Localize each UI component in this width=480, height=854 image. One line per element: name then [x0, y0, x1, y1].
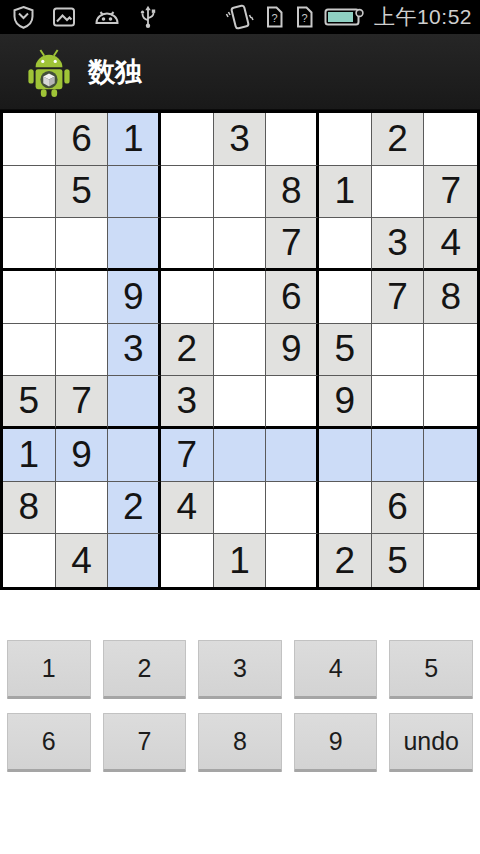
cell-r1c3[interactable]: 1 [108, 113, 161, 166]
cell-r8c9[interactable] [424, 482, 477, 535]
cell-r6c4[interactable]: 3 [161, 376, 214, 429]
cell-r3c7[interactable] [319, 218, 372, 271]
cell-r9c5[interactable]: 1 [214, 534, 267, 587]
cell-r5c2[interactable] [56, 324, 109, 377]
cell-r8c5[interactable] [214, 482, 267, 535]
cell-r1c7[interactable] [319, 113, 372, 166]
cell-r3c9[interactable]: 4 [424, 218, 477, 271]
cell-r9c6[interactable] [266, 534, 319, 587]
cell-r7c5[interactable] [214, 429, 267, 482]
cell-r2c5[interactable] [214, 166, 267, 219]
keypad-button-9[interactable]: 9 [294, 713, 378, 772]
cell-r2c7[interactable]: 1 [319, 166, 372, 219]
cell-r6c9[interactable] [424, 376, 477, 429]
cell-r9c2[interactable]: 4 [56, 534, 109, 587]
cell-r2c2[interactable]: 5 [56, 166, 109, 219]
cell-r9c7[interactable]: 2 [319, 534, 372, 587]
cell-r4c5[interactable] [214, 271, 267, 324]
cell-r7c8[interactable] [372, 429, 425, 482]
cell-r8c1[interactable]: 8 [3, 482, 56, 535]
cell-r7c6[interactable] [266, 429, 319, 482]
cell-r1c9[interactable] [424, 113, 477, 166]
cell-r1c4[interactable] [161, 113, 214, 166]
cell-r9c8[interactable]: 5 [372, 534, 425, 587]
status-bar-right: ? ? 上午10:52 [225, 3, 474, 31]
keypad-button-2[interactable]: 2 [103, 640, 187, 699]
keypad-button-3[interactable]: 3 [198, 640, 282, 699]
keypad-button-7[interactable]: 7 [103, 713, 187, 772]
cell-r5c5[interactable] [214, 324, 267, 377]
cell-r6c7[interactable]: 9 [319, 376, 372, 429]
cell-r3c4[interactable] [161, 218, 214, 271]
cell-r4c6[interactable]: 6 [266, 271, 319, 324]
cell-r2c8[interactable] [372, 166, 425, 219]
cell-r3c3[interactable] [108, 218, 161, 271]
cell-r7c4[interactable]: 7 [161, 429, 214, 482]
android-head-icon [93, 5, 121, 29]
cell-r1c1[interactable] [3, 113, 56, 166]
cell-r5c6[interactable]: 9 [266, 324, 319, 377]
cell-r8c3[interactable]: 2 [108, 482, 161, 535]
keypad-button-1[interactable]: 1 [7, 640, 91, 699]
keypad-button-5[interactable]: 5 [389, 640, 473, 699]
cell-r4c7[interactable] [319, 271, 372, 324]
cell-r2c9[interactable]: 7 [424, 166, 477, 219]
cell-r3c5[interactable] [214, 218, 267, 271]
status-bar: ? ? 上午10:52 [0, 0, 480, 34]
cell-r5c7[interactable]: 5 [319, 324, 372, 377]
cell-r4c1[interactable] [3, 271, 56, 324]
cell-r1c2[interactable]: 6 [56, 113, 109, 166]
cell-r1c8[interactable]: 2 [372, 113, 425, 166]
cell-r1c5[interactable]: 3 [214, 113, 267, 166]
cell-r3c6[interactable]: 7 [266, 218, 319, 271]
app-screen: ? ? 上午10:52 [0, 0, 480, 854]
cell-r2c3[interactable] [108, 166, 161, 219]
cell-r5c1[interactable] [3, 324, 56, 377]
sim-question-icon: ? [294, 5, 315, 29]
cell-r5c9[interactable] [424, 324, 477, 377]
cell-r7c1[interactable]: 1 [3, 429, 56, 482]
status-bar-left [6, 5, 158, 29]
cell-r4c9[interactable]: 8 [424, 271, 477, 324]
cell-r7c3[interactable] [108, 429, 161, 482]
cell-r4c2[interactable] [56, 271, 109, 324]
svg-text:?: ? [271, 12, 277, 24]
cell-r8c6[interactable] [266, 482, 319, 535]
cell-r7c7[interactable] [319, 429, 372, 482]
cell-r3c2[interactable] [56, 218, 109, 271]
cell-r5c4[interactable]: 2 [161, 324, 214, 377]
cell-r7c2[interactable]: 9 [56, 429, 109, 482]
cell-r4c3[interactable]: 9 [108, 271, 161, 324]
sudoku-board: 6132581773496783295573919782464125 [0, 110, 480, 590]
cell-r6c6[interactable] [266, 376, 319, 429]
cell-r8c2[interactable] [56, 482, 109, 535]
gallery-icon [52, 6, 76, 28]
keypad-button-8[interactable]: 8 [198, 713, 282, 772]
app-title: 数独 [88, 54, 142, 90]
cell-r6c8[interactable] [372, 376, 425, 429]
cell-r3c8[interactable]: 3 [372, 218, 425, 271]
cell-r4c4[interactable] [161, 271, 214, 324]
cell-r6c2[interactable]: 7 [56, 376, 109, 429]
cell-r2c4[interactable] [161, 166, 214, 219]
cell-r6c1[interactable]: 5 [3, 376, 56, 429]
battery-icon [324, 5, 365, 29]
cell-r9c1[interactable] [3, 534, 56, 587]
usb-icon [138, 5, 158, 29]
cell-r5c8[interactable] [372, 324, 425, 377]
cell-r4c8[interactable]: 7 [372, 271, 425, 324]
cell-r6c5[interactable] [214, 376, 267, 429]
sim-question-icon: ? [264, 5, 285, 29]
cell-r8c7[interactable] [319, 482, 372, 535]
cell-r9c4[interactable] [161, 534, 214, 587]
keypad-button-4[interactable]: 4 [294, 640, 378, 699]
cell-r2c6[interactable]: 8 [266, 166, 319, 219]
cell-r7c9[interactable] [424, 429, 477, 482]
cell-r5c3[interactable]: 3 [108, 324, 161, 377]
cell-r1c6[interactable] [266, 113, 319, 166]
cell-r8c8[interactable]: 6 [372, 482, 425, 535]
cell-r9c3[interactable] [108, 534, 161, 587]
keypad-button-6[interactable]: 6 [7, 713, 91, 772]
cell-r2c1[interactable] [3, 166, 56, 219]
cell-r8c4[interactable]: 4 [161, 482, 214, 535]
vibrate-icon [225, 4, 255, 30]
cell-r3c1[interactable] [3, 218, 56, 271]
cell-r6c3[interactable] [108, 376, 161, 429]
android-robot-icon [26, 46, 72, 98]
keypad: 123456789undo [0, 640, 480, 772]
svg-text:?: ? [301, 12, 307, 24]
app-bar: 数独 [0, 34, 480, 110]
shield-icon [12, 5, 35, 29]
clock: 上午10:52 [374, 3, 472, 31]
keypad-button-undo[interactable]: undo [389, 713, 473, 772]
cell-r9c9[interactable] [424, 534, 477, 587]
